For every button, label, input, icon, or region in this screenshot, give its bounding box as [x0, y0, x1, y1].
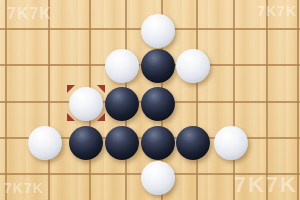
grid-line-vertical [196, 0, 198, 200]
white-stone [214, 126, 248, 160]
grid-line-vertical [266, 0, 268, 200]
watermark-top-right: 7K7K [257, 4, 297, 18]
grid-line-vertical [297, 0, 299, 200]
grid-line-vertical [48, 0, 50, 200]
black-stone [141, 87, 175, 121]
grid-line-vertical [233, 0, 235, 200]
black-stone [141, 126, 175, 160]
white-stone [69, 87, 103, 121]
black-stone [69, 126, 103, 160]
white-stone [28, 126, 62, 160]
white-stone [105, 49, 139, 83]
watermark-top-left: 7K7K [7, 6, 52, 22]
white-stone [176, 49, 210, 83]
black-stone [105, 87, 139, 121]
watermark-bottom-right: 7K7K [234, 174, 298, 196]
white-stone [141, 14, 175, 48]
black-stone [105, 126, 139, 160]
black-stone [141, 49, 175, 83]
gomoku-board[interactable]: 7K7K 7K7K 7K7K 7K7K [0, 0, 300, 200]
watermark-bottom-left: 7K7K [4, 181, 44, 195]
black-stone [176, 126, 210, 160]
white-stone [141, 161, 175, 195]
grid-line-vertical [5, 0, 7, 200]
